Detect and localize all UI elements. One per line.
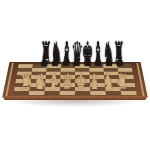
piece-white-rook[interactable]: ♜	[111, 71, 133, 91]
chess-set-photo: ♜♞♝♛♚♝♞♜♟♟♟♟♟♟♟♟♟♟♟♟♟♟♟♟♜♞♝♛♚♝♞♜	[0, 0, 150, 150]
piece-black-pawn[interactable]: ♟	[109, 51, 131, 69]
pieces-layer: ♜♞♝♛♚♝♞♜♟♟♟♟♟♟♟♟♟♟♟♟♟♟♟♟♜♞♝♛♚♝♞♜	[0, 0, 150, 150]
